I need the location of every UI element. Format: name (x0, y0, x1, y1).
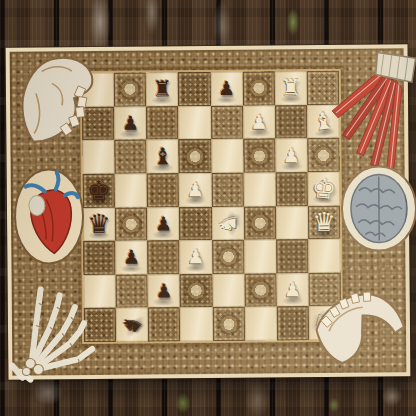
square-r1c1[interactable] (82, 73, 114, 107)
square-r8c4[interactable] (180, 307, 212, 341)
square-r5c2[interactable] (115, 207, 147, 241)
square-r3c1[interactable] (82, 140, 114, 174)
square-r4c2[interactable] (115, 173, 147, 207)
chess-piece-black-pawn-b6[interactable]: ♟ (148, 274, 180, 308)
chess-piece-white-knight-d4[interactable]: ♞ (211, 207, 245, 239)
square-r7c8[interactable] (308, 273, 340, 307)
square-r3c6[interactable] (243, 139, 275, 173)
square-r2c7[interactable] (275, 105, 307, 139)
chess-piece-black-pawn-c7[interactable]: ♟ (115, 241, 147, 275)
square-r1c8[interactable] (307, 71, 339, 105)
square-r2c1[interactable] (82, 106, 114, 140)
square-r5c6[interactable] (244, 206, 276, 240)
square-r7c6[interactable] (244, 273, 276, 307)
square-r6c8[interactable] (308, 239, 340, 273)
square-r4c3[interactable] (147, 173, 179, 207)
square-r3c8[interactable] (307, 138, 339, 172)
chess-piece-black-queen-d8[interactable]: ♛ (83, 207, 115, 241)
square-r6c3[interactable] (147, 240, 179, 274)
chess-piece-white-pawn-f2[interactable]: ♟ (275, 138, 307, 172)
square-r2c3[interactable] (146, 106, 178, 140)
chess-piece-black-rook-h6[interactable]: ♜ (146, 72, 178, 106)
chess-piece-white-pawn-e5[interactable]: ♟ (179, 173, 211, 207)
square-r4c6[interactable] (243, 172, 275, 206)
square-r1c4[interactable] (178, 72, 210, 106)
square-r1c2[interactable] (114, 73, 146, 107)
square-r8c5[interactable] (212, 307, 244, 341)
anatomical-heart-art (12, 165, 89, 268)
square-r7c5[interactable] (212, 273, 244, 307)
chess-piece-white-queen-d1[interactable]: ♛ (308, 205, 340, 239)
square-r7c1[interactable] (84, 275, 116, 309)
chess-piece-white-pawn-c5[interactable]: ♟ (180, 240, 212, 274)
square-r3c4[interactable] (179, 139, 211, 173)
chess-piece-white-king-e1[interactable]: ♚ (306, 170, 341, 207)
square-r6c7[interactable] (276, 239, 308, 273)
chess-piece-white-rook-h2[interactable]: ♜ (275, 71, 307, 105)
square-r8c6[interactable] (244, 307, 276, 341)
square-r3c2[interactable] (114, 140, 146, 174)
chess-piece-white-pawn-g3[interactable]: ♟ (243, 105, 275, 139)
square-r3c5[interactable] (211, 139, 243, 173)
chess-piece-black-bishop-f6[interactable]: ♝ (147, 140, 179, 174)
square-r6c1[interactable] (83, 241, 115, 275)
chess-piece-black-pawn-h4[interactable]: ♟ (210, 72, 242, 106)
chess-piece-black-pawn-g7[interactable]: ♟ (114, 106, 146, 140)
board-grid[interactable]: ♜♟♜♟♟♝♝♟♚♟♚♛♟♞♛♟♟♟♟♞♜ (82, 71, 341, 342)
square-r4c5[interactable] (211, 173, 243, 207)
square-r6c5[interactable] (212, 240, 244, 274)
square-r6c6[interactable] (244, 240, 276, 274)
brain-art (339, 164, 416, 253)
photo-scene: ♜♟♜♟♟♝♝♟♚♟♚♛♟♞♛♟♟♟♟♞♜ (0, 0, 416, 416)
square-r1c6[interactable] (242, 71, 274, 105)
square-r5c7[interactable] (276, 206, 308, 240)
chess-board[interactable]: ♜♟♜♟♟♝♝♟♚♟♚♛♟♞♛♟♟♟♟♞♜ (6, 44, 411, 379)
square-r2c4[interactable] (178, 106, 210, 140)
square-r7c4[interactable] (180, 274, 212, 308)
chess-piece-white-bishop-g1[interactable]: ♝ (305, 102, 342, 140)
square-r5c4[interactable] (179, 206, 211, 240)
chess-piece-black-pawn-d6[interactable]: ♟ (147, 207, 179, 241)
square-r4c7[interactable] (275, 172, 307, 206)
square-r8c7[interactable] (277, 306, 309, 340)
chess-piece-white-pawn-b2[interactable]: ♟ (276, 273, 308, 307)
square-r2c5[interactable] (211, 105, 243, 139)
chess-piece-black-king-e8[interactable]: ♚ (83, 174, 115, 208)
